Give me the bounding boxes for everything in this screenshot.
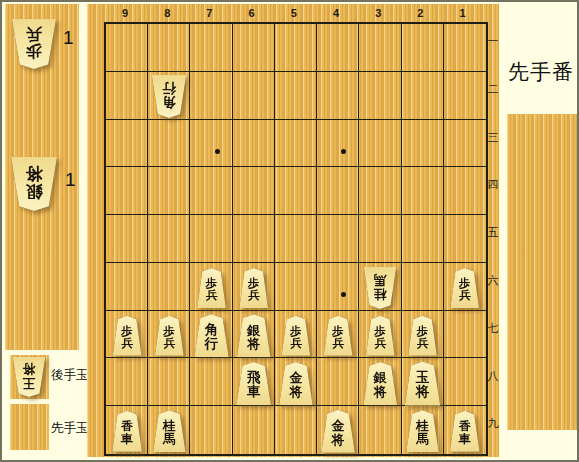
piece-sente-2八[interactable]: 玉将 bbox=[404, 362, 441, 406]
file-label: 5 bbox=[273, 7, 315, 19]
koma-kanji: 金 bbox=[289, 371, 302, 385]
file-label: 9 bbox=[104, 7, 146, 19]
king-slot-piece-王将[interactable]: 王将 bbox=[12, 357, 46, 397]
koma-face: 歩兵 bbox=[323, 316, 353, 356]
koma-kanji: 桂 bbox=[163, 420, 176, 433]
koma-face: 香車 bbox=[449, 411, 480, 452]
koma-kanji: 歩 bbox=[459, 277, 471, 289]
koma-face: 歩兵 bbox=[450, 268, 480, 308]
koma-kanji: 将 bbox=[23, 362, 36, 375]
piece-sente-9九[interactable]: 香車 bbox=[112, 411, 143, 452]
koma-kanji: 兵 bbox=[290, 337, 302, 349]
piece-sente-6六[interactable]: 歩兵 bbox=[239, 268, 269, 308]
koma-face: 桂馬 bbox=[152, 410, 186, 452]
hand-count: 1 bbox=[65, 169, 76, 191]
piece-sente-8九[interactable]: 桂馬 bbox=[152, 410, 186, 452]
gote-king-slot: 王将 bbox=[10, 355, 49, 399]
koma-kanji: 銀 bbox=[247, 324, 260, 338]
koma-face: 歩兵 bbox=[154, 316, 184, 356]
koma-kanji: 歩 bbox=[332, 325, 344, 337]
koma-kanji: 将 bbox=[416, 385, 430, 399]
file-label: 3 bbox=[357, 7, 399, 19]
koma-kanji: 車 bbox=[121, 433, 133, 446]
koma-face: 歩兵 bbox=[365, 316, 395, 356]
piece-sente-3八[interactable]: 銀将 bbox=[363, 362, 398, 405]
koma-kanji: 香 bbox=[121, 420, 133, 433]
koma-kanji: 馬 bbox=[416, 433, 429, 446]
koma-face: 歩兵 bbox=[11, 19, 57, 69]
koma-kanji: 将 bbox=[247, 337, 260, 351]
piece-gote-3六[interactable]: 桂馬 bbox=[363, 267, 397, 309]
hand-piece-歩兵[interactable]: 歩兵 bbox=[11, 19, 57, 69]
file-label: 2 bbox=[399, 7, 441, 19]
koma-kanji: 歩 bbox=[164, 325, 176, 337]
koma-kanji: 歩 bbox=[26, 43, 42, 60]
piece-sente-2七[interactable]: 歩兵 bbox=[408, 316, 438, 356]
rank-label: 七 bbox=[486, 321, 500, 336]
rank-label: 八 bbox=[486, 369, 500, 384]
koma-kanji: 車 bbox=[247, 385, 261, 399]
piece-sente-2九[interactable]: 桂馬 bbox=[406, 410, 440, 452]
koma-face: 歩兵 bbox=[197, 268, 227, 308]
sente-hand-tray bbox=[507, 114, 577, 430]
koma-kanji: 歩 bbox=[290, 325, 302, 337]
rank-label: 一 bbox=[486, 34, 500, 49]
koma-kanji: 金 bbox=[332, 419, 345, 433]
koma-kanji: 角 bbox=[163, 95, 177, 109]
hand-count: 1 bbox=[63, 27, 74, 49]
koma-face: 歩兵 bbox=[239, 268, 269, 308]
koma-kanji: 兵 bbox=[375, 337, 387, 349]
koma-kanji: 銀 bbox=[374, 371, 387, 385]
gote-hand-tray: 歩兵1銀将1 bbox=[5, 4, 79, 350]
koma-face: 歩兵 bbox=[281, 316, 311, 356]
piece-sente-7六[interactable]: 歩兵 bbox=[197, 268, 227, 308]
koma-kanji: 桂 bbox=[416, 420, 429, 433]
sente-king-label: 先手玉 bbox=[51, 420, 89, 437]
rank-label: 三 bbox=[486, 130, 500, 145]
piece-sente-6七[interactable]: 銀将 bbox=[236, 314, 271, 357]
rank-label: 四 bbox=[486, 177, 500, 192]
koma-face: 金将 bbox=[321, 410, 356, 453]
pieces-layer: 角行桂馬歩兵歩兵歩兵歩兵歩兵角行銀将歩兵歩兵歩兵歩兵飛車金将銀将玉将香車桂馬金将… bbox=[106, 24, 486, 454]
koma-kanji: 兵 bbox=[164, 337, 176, 349]
koma-face: 角行 bbox=[151, 75, 187, 118]
koma-face: 銀将 bbox=[10, 157, 58, 211]
koma-face: 王将 bbox=[12, 357, 46, 397]
piece-sente-5八[interactable]: 金将 bbox=[278, 362, 313, 405]
rank-label: 二 bbox=[486, 82, 500, 97]
koma-face: 桂馬 bbox=[363, 267, 397, 309]
rank-label: 六 bbox=[486, 273, 500, 288]
koma-face: 金将 bbox=[278, 362, 313, 405]
koma-kanji: 飛 bbox=[247, 371, 261, 385]
piece-sente-8七[interactable]: 歩兵 bbox=[154, 316, 184, 356]
koma-kanji: 桂 bbox=[374, 286, 387, 299]
koma-kanji: 将 bbox=[26, 165, 43, 183]
file-label: 7 bbox=[188, 7, 230, 19]
koma-kanji: 兵 bbox=[332, 337, 344, 349]
koma-face: 歩兵 bbox=[112, 316, 142, 356]
koma-kanji: 行 bbox=[205, 337, 219, 351]
file-label: 4 bbox=[315, 7, 357, 19]
piece-sente-9七[interactable]: 歩兵 bbox=[112, 316, 142, 356]
file-label: 6 bbox=[231, 7, 273, 19]
koma-kanji: 兵 bbox=[248, 289, 260, 301]
koma-kanji: 行 bbox=[163, 81, 177, 95]
piece-sente-6八[interactable]: 飛車 bbox=[236, 362, 272, 405]
file-label: 8 bbox=[146, 7, 188, 19]
koma-kanji: 歩 bbox=[248, 277, 260, 289]
koma-kanji: 香 bbox=[459, 420, 471, 433]
koma-kanji: 王 bbox=[23, 376, 36, 389]
koma-face: 角行 bbox=[194, 314, 230, 357]
koma-kanji: 将 bbox=[332, 433, 345, 447]
gote-king-label: 後手玉 bbox=[51, 367, 89, 384]
koma-face: 飛車 bbox=[236, 362, 272, 405]
file-label: 1 bbox=[442, 7, 484, 19]
koma-face: 桂馬 bbox=[406, 410, 440, 452]
koma-kanji: 馬 bbox=[163, 433, 176, 446]
koma-kanji: 歩 bbox=[206, 277, 218, 289]
turn-indicator: 先手番 bbox=[508, 58, 574, 86]
piece-sente-1九[interactable]: 香車 bbox=[449, 411, 480, 452]
koma-kanji: 歩 bbox=[121, 325, 133, 337]
koma-kanji: 角 bbox=[205, 323, 219, 337]
app-window: 歩兵1銀将1 王将 後手玉 先手玉 987654321 一二三四五六七八九 角行… bbox=[0, 0, 579, 462]
piece-gote-8二[interactable]: 角行 bbox=[151, 75, 187, 118]
rank-label: 九 bbox=[486, 416, 500, 431]
rank-label: 五 bbox=[486, 225, 500, 240]
koma-kanji: 将 bbox=[289, 385, 302, 399]
koma-kanji: 兵 bbox=[459, 289, 471, 301]
koma-kanji: 歩 bbox=[417, 325, 429, 337]
piece-sente-3七[interactable]: 歩兵 bbox=[365, 316, 395, 356]
sente-king-slot bbox=[10, 404, 49, 450]
koma-kanji: 将 bbox=[374, 385, 387, 399]
koma-face: 銀将 bbox=[236, 314, 271, 357]
shogi-board: 987654321 一二三四五六七八九 角行桂馬歩兵歩兵歩兵歩兵歩兵角行銀将歩兵… bbox=[87, 4, 499, 457]
koma-face: 玉将 bbox=[404, 362, 441, 406]
piece-sente-7七[interactable]: 角行 bbox=[194, 314, 230, 357]
koma-kanji: 銀 bbox=[26, 183, 43, 201]
koma-kanji: 歩 bbox=[375, 325, 387, 337]
koma-kanji: 玉 bbox=[416, 371, 430, 385]
koma-face: 香車 bbox=[112, 411, 143, 452]
piece-sente-4七[interactable]: 歩兵 bbox=[323, 316, 353, 356]
koma-kanji: 車 bbox=[459, 433, 471, 446]
koma-kanji: 兵 bbox=[417, 337, 429, 349]
piece-sente-5七[interactable]: 歩兵 bbox=[281, 316, 311, 356]
koma-face: 銀将 bbox=[363, 362, 398, 405]
piece-sente-1六[interactable]: 歩兵 bbox=[450, 268, 480, 308]
piece-sente-4九[interactable]: 金将 bbox=[321, 410, 356, 453]
hand-piece-銀将[interactable]: 銀将 bbox=[10, 157, 58, 211]
koma-kanji: 兵 bbox=[26, 26, 42, 43]
koma-face: 歩兵 bbox=[408, 316, 438, 356]
koma-kanji: 馬 bbox=[374, 273, 387, 286]
koma-kanji: 兵 bbox=[206, 289, 218, 301]
koma-kanji: 兵 bbox=[121, 337, 133, 349]
